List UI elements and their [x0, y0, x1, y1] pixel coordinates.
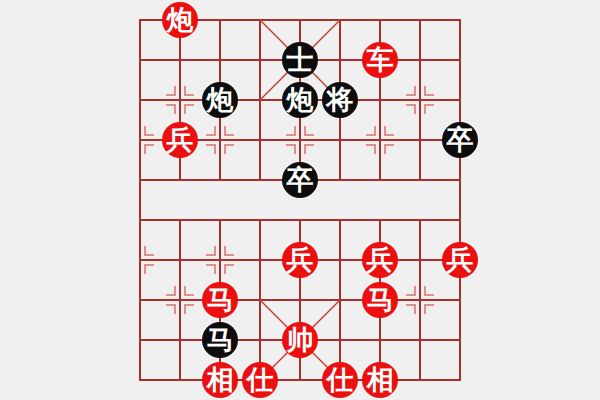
- piece-red-advisor[interactable]: 仕: [322, 362, 358, 398]
- piece-black-general[interactable]: 将: [322, 82, 358, 118]
- piece-glyph: 炮: [287, 82, 314, 118]
- piece-red-soldier[interactable]: 兵: [162, 122, 198, 158]
- piece-red-soldier[interactable]: 兵: [282, 242, 318, 278]
- piece-red-chariot[interactable]: 车: [362, 42, 398, 78]
- piece-red-elephant[interactable]: 相: [202, 362, 238, 398]
- piece-glyph: 兵: [367, 242, 394, 278]
- piece-glyph: 马: [207, 322, 234, 358]
- piece-red-general[interactable]: 帅: [282, 322, 318, 358]
- piece-red-soldier[interactable]: 兵: [362, 242, 398, 278]
- piece-glyph: 仕: [327, 362, 354, 398]
- piece-glyph: 马: [367, 282, 394, 318]
- piece-glyph: 兵: [167, 122, 194, 158]
- piece-glyph: 仕: [247, 362, 274, 398]
- piece-glyph: 将: [327, 82, 354, 118]
- piece-glyph: 车: [367, 42, 394, 78]
- piece-red-elephant[interactable]: 相: [362, 362, 398, 398]
- piece-black-advisor[interactable]: 士: [282, 42, 318, 78]
- piece-glyph: 兵: [287, 242, 314, 278]
- piece-glyph: 卒: [447, 122, 474, 158]
- piece-glyph: 士: [287, 42, 314, 78]
- piece-black-horse[interactable]: 马: [202, 322, 238, 358]
- piece-red-cannon[interactable]: 炮: [162, 2, 198, 38]
- piece-red-horse[interactable]: 马: [202, 282, 238, 318]
- piece-black-cannon[interactable]: 炮: [282, 82, 318, 118]
- piece-glyph: 卒: [287, 162, 314, 198]
- piece-glyph: 炮: [167, 2, 194, 38]
- piece-black-soldier[interactable]: 卒: [282, 162, 318, 198]
- piece-glyph: 炮: [207, 82, 234, 118]
- xiangqi-board[interactable]: 炮士车炮炮将兵卒卒兵兵兵马马马帅相仕仕相: [0, 0, 600, 400]
- pieces-layer: 炮士车炮炮将兵卒卒兵兵兵马马马帅相仕仕相: [0, 0, 600, 400]
- piece-black-cannon[interactable]: 炮: [202, 82, 238, 118]
- piece-red-horse[interactable]: 马: [362, 282, 398, 318]
- piece-glyph: 帅: [287, 322, 314, 358]
- piece-glyph: 相: [207, 362, 234, 398]
- piece-glyph: 马: [207, 282, 234, 318]
- piece-black-soldier[interactable]: 卒: [442, 122, 478, 158]
- piece-red-advisor[interactable]: 仕: [242, 362, 278, 398]
- piece-glyph: 兵: [447, 242, 474, 278]
- piece-glyph: 相: [367, 362, 394, 398]
- piece-red-soldier[interactable]: 兵: [442, 242, 478, 278]
